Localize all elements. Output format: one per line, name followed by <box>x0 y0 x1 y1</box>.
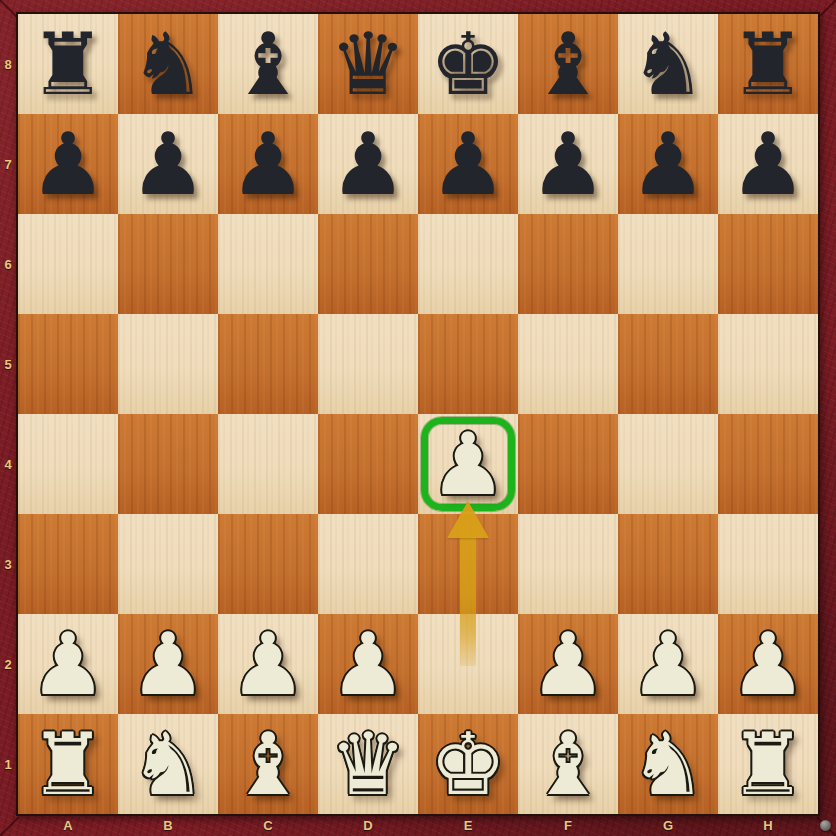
rank-label-5: 5 <box>0 314 16 414</box>
square-h1[interactable]: ♜ <box>718 714 818 814</box>
square-e1[interactable]: ♚ <box>418 714 518 814</box>
black-king[interactable]: ♚ <box>418 14 518 114</box>
black-pawn[interactable]: ♟ <box>718 114 818 214</box>
white-pawn[interactable]: ♟ <box>318 614 418 714</box>
square-g3[interactable] <box>618 514 718 614</box>
square-a3[interactable] <box>18 514 118 614</box>
square-f6[interactable] <box>518 214 618 314</box>
square-b6[interactable] <box>118 214 218 314</box>
square-g4[interactable] <box>618 414 718 514</box>
corner-screw-decoration <box>820 820 831 831</box>
square-c3[interactable] <box>218 514 318 614</box>
black-bishop[interactable]: ♝ <box>218 14 318 114</box>
square-e4[interactable]: ♟ <box>418 414 518 514</box>
square-g6[interactable] <box>618 214 718 314</box>
file-label-a: A <box>18 814 118 836</box>
rank-label-2: 2 <box>0 614 16 714</box>
square-d2[interactable]: ♟ <box>318 614 418 714</box>
rank-label-7: 7 <box>0 114 16 214</box>
square-f8[interactable]: ♝ <box>518 14 618 114</box>
square-h4[interactable] <box>718 414 818 514</box>
square-e5[interactable] <box>418 314 518 414</box>
square-b4[interactable] <box>118 414 218 514</box>
square-a8[interactable]: ♜ <box>18 14 118 114</box>
white-pawn[interactable]: ♟ <box>718 614 818 714</box>
square-c4[interactable] <box>218 414 318 514</box>
square-g7[interactable]: ♟ <box>618 114 718 214</box>
square-e2[interactable] <box>418 614 518 714</box>
white-pawn[interactable]: ♟ <box>118 614 218 714</box>
white-rook[interactable]: ♜ <box>18 714 118 814</box>
black-pawn[interactable]: ♟ <box>618 114 718 214</box>
black-rook[interactable]: ♜ <box>18 14 118 114</box>
black-queen[interactable]: ♛ <box>318 14 418 114</box>
square-d4[interactable] <box>318 414 418 514</box>
white-queen[interactable]: ♛ <box>318 714 418 814</box>
square-f2[interactable]: ♟ <box>518 614 618 714</box>
square-b3[interactable] <box>118 514 218 614</box>
file-label-f: F <box>518 814 618 836</box>
square-c7[interactable]: ♟ <box>218 114 318 214</box>
square-h2[interactable]: ♟ <box>718 614 818 714</box>
square-g2[interactable]: ♟ <box>618 614 718 714</box>
file-label-b: B <box>118 814 218 836</box>
file-label-h: H <box>718 814 818 836</box>
square-e6[interactable] <box>418 214 518 314</box>
black-pawn[interactable]: ♟ <box>418 114 518 214</box>
white-king[interactable]: ♚ <box>418 714 518 814</box>
square-d7[interactable]: ♟ <box>318 114 418 214</box>
rank-label-6: 6 <box>0 214 16 314</box>
square-e8[interactable]: ♚ <box>418 14 518 114</box>
square-a7[interactable]: ♟ <box>18 114 118 214</box>
chess-app-window: 87654321 ♜♞♝♛♚♝♞♜♟♟♟♟♟♟♟♟♟♟♟♟♟♟♟♟♜♞♝♛♚♝♞… <box>0 0 836 836</box>
square-b1[interactable]: ♞ <box>118 714 218 814</box>
rank-label-1: 1 <box>0 714 16 814</box>
file-labels: ABCDEFGH <box>18 814 818 836</box>
square-d5[interactable] <box>318 314 418 414</box>
square-a5[interactable] <box>18 314 118 414</box>
black-knight[interactable]: ♞ <box>118 14 218 114</box>
square-c5[interactable] <box>218 314 318 414</box>
file-label-d: D <box>318 814 418 836</box>
square-a2[interactable]: ♟ <box>18 614 118 714</box>
black-pawn[interactable]: ♟ <box>18 114 118 214</box>
white-knight[interactable]: ♞ <box>618 714 718 814</box>
square-b7[interactable]: ♟ <box>118 114 218 214</box>
file-label-e: E <box>418 814 518 836</box>
white-pawn[interactable]: ♟ <box>518 614 618 714</box>
file-label-g: G <box>618 814 718 836</box>
square-d6[interactable] <box>318 214 418 314</box>
square-c1[interactable]: ♝ <box>218 714 318 814</box>
square-b2[interactable]: ♟ <box>118 614 218 714</box>
rank-label-3: 3 <box>0 514 16 614</box>
square-d3[interactable] <box>318 514 418 614</box>
square-g1[interactable]: ♞ <box>618 714 718 814</box>
rank-label-8: 8 <box>0 14 16 114</box>
square-f7[interactable]: ♟ <box>518 114 618 214</box>
rank-label-4: 4 <box>0 414 16 514</box>
white-pawn[interactable]: ♟ <box>218 614 318 714</box>
chess-board[interactable]: ♜♞♝♛♚♝♞♜♟♟♟♟♟♟♟♟♟♟♟♟♟♟♟♟♜♞♝♛♚♝♞♜ <box>16 12 820 816</box>
square-g5[interactable] <box>618 314 718 414</box>
black-knight[interactable]: ♞ <box>618 14 718 114</box>
file-label-c: C <box>218 814 318 836</box>
square-a1[interactable]: ♜ <box>18 714 118 814</box>
square-b8[interactable]: ♞ <box>118 14 218 114</box>
black-rook[interactable]: ♜ <box>718 14 818 114</box>
white-knight[interactable]: ♞ <box>118 714 218 814</box>
square-a4[interactable] <box>18 414 118 514</box>
square-c6[interactable] <box>218 214 318 314</box>
rank-labels: 87654321 <box>0 14 16 814</box>
square-b5[interactable] <box>118 314 218 414</box>
square-d1[interactable]: ♛ <box>318 714 418 814</box>
black-pawn[interactable]: ♟ <box>118 114 218 214</box>
square-c2[interactable]: ♟ <box>218 614 318 714</box>
square-h7[interactable]: ♟ <box>718 114 818 214</box>
black-pawn[interactable]: ♟ <box>218 114 318 214</box>
white-pawn[interactable]: ♟ <box>618 614 718 714</box>
frame-miter-bottom-left <box>0 816 20 836</box>
square-h3[interactable] <box>718 514 818 614</box>
square-e3[interactable] <box>418 514 518 614</box>
square-c8[interactable]: ♝ <box>218 14 318 114</box>
white-rook[interactable]: ♜ <box>718 714 818 814</box>
square-h6[interactable] <box>718 214 818 314</box>
white-pawn[interactable]: ♟ <box>418 414 518 514</box>
square-h8[interactable]: ♜ <box>718 14 818 114</box>
black-pawn[interactable]: ♟ <box>518 114 618 214</box>
square-g8[interactable]: ♞ <box>618 14 718 114</box>
square-a6[interactable] <box>18 214 118 314</box>
black-pawn[interactable]: ♟ <box>318 114 418 214</box>
square-f5[interactable] <box>518 314 618 414</box>
white-bishop[interactable]: ♝ <box>218 714 318 814</box>
white-pawn[interactable]: ♟ <box>18 614 118 714</box>
square-d8[interactable]: ♛ <box>318 14 418 114</box>
white-bishop[interactable]: ♝ <box>518 714 618 814</box>
black-bishop[interactable]: ♝ <box>518 14 618 114</box>
square-f1[interactable]: ♝ <box>518 714 618 814</box>
square-h5[interactable] <box>718 314 818 414</box>
square-f3[interactable] <box>518 514 618 614</box>
square-e7[interactable]: ♟ <box>418 114 518 214</box>
square-f4[interactable] <box>518 414 618 514</box>
